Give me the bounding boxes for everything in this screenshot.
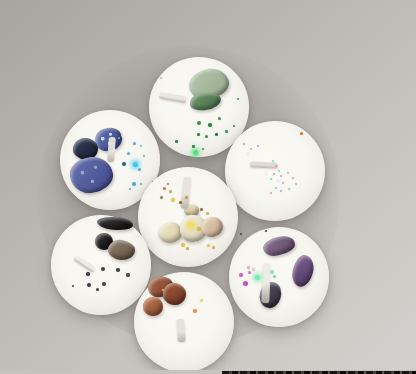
tealight-candle-bottom (134, 272, 234, 372)
glitter-dot (248, 271, 251, 274)
wick (159, 92, 188, 104)
glitter-dot (243, 143, 245, 145)
tealight-candle-upper-right (225, 121, 325, 221)
glitter-dot (295, 183, 297, 185)
glitter-dot (179, 201, 182, 204)
glitter-dot (292, 177, 294, 179)
glitter-dot (138, 168, 141, 171)
glitter-dot (282, 182, 284, 184)
glitter-dot (239, 273, 243, 277)
wick (73, 255, 96, 273)
glitter-dot (192, 145, 195, 148)
glitter-dot (132, 182, 136, 186)
glitter-dot (163, 187, 166, 190)
glitter-dot (122, 162, 126, 166)
glitter-dot (275, 187, 277, 189)
crystal-stone (261, 234, 296, 258)
glitter-dot (160, 77, 162, 79)
tealight-candle-right (229, 227, 329, 327)
glitter-dot (250, 148, 252, 150)
glitter-dot (102, 282, 106, 286)
glitter-dot (186, 247, 189, 250)
glitter-dot (273, 173, 275, 175)
wick (261, 263, 270, 303)
glitter-dot (273, 275, 276, 278)
glitter-dot (193, 150, 198, 155)
glitter-dot (129, 188, 131, 190)
glitter-dot (252, 268, 255, 271)
glitter-dot (193, 309, 197, 313)
glitter-dot (96, 288, 99, 291)
glitter-dot (215, 133, 218, 136)
glitter-dot (280, 175, 282, 177)
glitter-dot (118, 137, 120, 139)
glitter-dot (287, 172, 289, 174)
wick (250, 161, 278, 168)
glitter-dot (169, 190, 172, 193)
glitter-dot (237, 98, 239, 100)
crystal-stone (142, 296, 163, 316)
glitter-dot (87, 283, 91, 287)
glitter-dot (280, 190, 282, 192)
glitter-dot (270, 192, 272, 194)
glitter-dot (200, 299, 203, 302)
glitter-dot (270, 270, 274, 274)
glitter-dot (140, 183, 142, 185)
glitter-dot (207, 244, 210, 247)
glitter-dot (208, 123, 212, 127)
glitter-dot (197, 227, 201, 231)
glitter-dot (197, 121, 201, 125)
glitter-dot (205, 135, 208, 138)
wick (107, 137, 116, 162)
glitter-dot (240, 233, 242, 235)
glitter-dot (202, 148, 204, 150)
tealight-candle-lower-left (51, 215, 151, 315)
glitter-dot (243, 281, 248, 286)
glitter-dot (277, 180, 279, 182)
glitter-dot (116, 268, 120, 272)
tealight-candle-center (138, 167, 238, 267)
table-edge-dark (222, 371, 416, 374)
glitter-dot (255, 275, 260, 280)
crystal-stone (189, 91, 222, 111)
glitter-dot (126, 273, 130, 277)
glitter-dot (140, 145, 142, 147)
glitter-dot (162, 289, 164, 291)
glitter-dot (247, 153, 249, 155)
glitter-dot (197, 133, 200, 136)
crystal-stone (157, 221, 183, 244)
glitter-dot (200, 208, 203, 211)
glitter-dot (206, 212, 209, 215)
glitter-dot (225, 130, 228, 133)
crystal-stone (161, 281, 188, 307)
wick (176, 319, 186, 343)
glitter-dot (288, 188, 290, 190)
glitter-dot (72, 285, 74, 287)
glitter-dot (300, 132, 303, 135)
glitter-dot (265, 230, 267, 232)
glitter-dot (233, 125, 235, 127)
glitter-dot (167, 183, 169, 185)
glitter-dot (86, 272, 90, 276)
glitter-dot (101, 267, 105, 271)
glitter-dot (265, 173, 267, 175)
glitter-dot (278, 170, 280, 172)
glitter-dot (188, 222, 194, 228)
glitter-dot (257, 145, 259, 147)
glitter-dot (127, 152, 130, 155)
glitter-dot (133, 162, 138, 167)
glitter-dot (171, 198, 175, 202)
glitter-dot (181, 243, 185, 247)
glitter-dot (247, 266, 250, 269)
glitter-dot (218, 117, 221, 120)
glitter-dot (160, 196, 163, 199)
glitter-dot (143, 155, 145, 157)
crystal-stone (290, 253, 316, 288)
glitter-dot (270, 178, 272, 180)
glitter-dot (133, 142, 136, 145)
crystal-stone (107, 238, 137, 262)
glitter-dot (175, 140, 178, 143)
photo-stage (0, 0, 416, 374)
glitter-dot (212, 246, 215, 249)
glitter-dot (185, 196, 188, 199)
